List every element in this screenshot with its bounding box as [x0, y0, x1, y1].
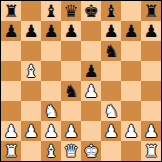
square-a5[interactable]: [1, 61, 21, 81]
square-a7[interactable]: ♟: [1, 21, 21, 41]
white-knight-icon: ♞: [43, 101, 58, 121]
square-b3[interactable]: [21, 101, 41, 121]
square-e1[interactable]: ♚: [81, 141, 101, 161]
white-pawn-icon: ♟: [43, 121, 58, 141]
black-knight-icon: ♞: [103, 41, 118, 61]
square-f7[interactable]: ♟: [101, 21, 121, 41]
white-rook-icon: ♜: [3, 141, 18, 161]
square-g2[interactable]: ♟: [121, 121, 141, 141]
square-a1[interactable]: ♜: [1, 141, 21, 161]
square-b1[interactable]: [21, 141, 41, 161]
white-pawn-icon: ♟: [3, 121, 18, 141]
square-g8[interactable]: [121, 1, 141, 21]
square-a8[interactable]: ♜: [1, 1, 21, 21]
square-b7[interactable]: ♟: [21, 21, 41, 41]
white-pawn-icon: ♟: [103, 121, 118, 141]
square-g1[interactable]: [121, 141, 141, 161]
white-bishop-icon: ♝: [43, 141, 58, 161]
chess-board: ♜♝♛♚♝♜♟♟♟♟♟♟♟♞♝♟♞♟♞♞♟♟♟♟♟♟♟♜♝♛♚♜: [0, 0, 162, 162]
black-bishop-icon: ♝: [43, 1, 58, 21]
black-pawn-icon: ♟: [103, 21, 118, 41]
square-f8[interactable]: ♝: [101, 1, 121, 21]
square-f5[interactable]: [101, 61, 121, 81]
square-g5[interactable]: [121, 61, 141, 81]
square-e5[interactable]: ♟: [81, 61, 101, 81]
square-d8[interactable]: ♛: [61, 1, 81, 21]
square-d2[interactable]: ♟: [61, 121, 81, 141]
square-a4[interactable]: [1, 81, 21, 101]
square-a3[interactable]: [1, 101, 21, 121]
black-pawn-icon: ♟: [63, 21, 78, 41]
square-d7[interactable]: ♟: [61, 21, 81, 41]
square-h4[interactable]: [141, 81, 161, 101]
black-bishop-icon: ♝: [103, 1, 118, 21]
square-d6[interactable]: [61, 41, 81, 61]
white-pawn-icon: ♟: [123, 121, 138, 141]
square-h1[interactable]: ♜: [141, 141, 161, 161]
square-f6[interactable]: ♞: [101, 41, 121, 61]
square-a2[interactable]: ♟: [1, 121, 21, 141]
black-pawn-icon: ♟: [43, 21, 58, 41]
black-pawn-icon: ♟: [123, 21, 138, 41]
square-b2[interactable]: ♟: [21, 121, 41, 141]
square-g6[interactable]: [121, 41, 141, 61]
square-f3[interactable]: ♞: [101, 101, 121, 121]
white-queen-icon: ♛: [63, 141, 78, 161]
square-d1[interactable]: ♛: [61, 141, 81, 161]
white-pawn-icon: ♟: [143, 121, 158, 141]
black-pawn-icon: ♟: [83, 61, 98, 81]
square-f4[interactable]: [101, 81, 121, 101]
square-e8[interactable]: ♚: [81, 1, 101, 21]
square-c3[interactable]: ♞: [41, 101, 61, 121]
white-king-icon: ♚: [83, 141, 98, 161]
black-pawn-icon: ♟: [23, 21, 38, 41]
square-g7[interactable]: ♟: [121, 21, 141, 41]
square-c1[interactable]: ♝: [41, 141, 61, 161]
square-e6[interactable]: [81, 41, 101, 61]
square-g3[interactable]: [121, 101, 141, 121]
square-e7[interactable]: [81, 21, 101, 41]
white-pawn-icon: ♟: [83, 81, 98, 101]
square-h8[interactable]: ♜: [141, 1, 161, 21]
white-rook-icon: ♜: [143, 141, 158, 161]
square-a6[interactable]: [1, 41, 21, 61]
square-d3[interactable]: [61, 101, 81, 121]
black-queen-icon: ♛: [63, 1, 78, 21]
white-pawn-icon: ♟: [63, 121, 78, 141]
square-c8[interactable]: ♝: [41, 1, 61, 21]
square-e2[interactable]: [81, 121, 101, 141]
square-c7[interactable]: ♟: [41, 21, 61, 41]
black-king-icon: ♚: [83, 1, 98, 21]
square-b8[interactable]: [21, 1, 41, 21]
square-c2[interactable]: ♟: [41, 121, 61, 141]
square-b6[interactable]: [21, 41, 41, 61]
black-pawn-icon: ♟: [143, 21, 158, 41]
square-e3[interactable]: [81, 101, 101, 121]
square-e4[interactable]: ♟: [81, 81, 101, 101]
square-b5[interactable]: ♝: [21, 61, 41, 81]
square-h5[interactable]: [141, 61, 161, 81]
square-d5[interactable]: [61, 61, 81, 81]
square-b4[interactable]: [21, 81, 41, 101]
square-c4[interactable]: [41, 81, 61, 101]
black-knight-icon: ♞: [63, 81, 78, 101]
square-h6[interactable]: [141, 41, 161, 61]
white-bishop-icon: ♝: [23, 61, 38, 81]
black-rook-icon: ♜: [143, 1, 158, 21]
square-h2[interactable]: ♟: [141, 121, 161, 141]
white-knight-icon: ♞: [103, 101, 118, 121]
square-c5[interactable]: [41, 61, 61, 81]
square-f1[interactable]: [101, 141, 121, 161]
black-rook-icon: ♜: [3, 1, 18, 21]
square-c6[interactable]: [41, 41, 61, 61]
white-pawn-icon: ♟: [23, 121, 38, 141]
square-h7[interactable]: ♟: [141, 21, 161, 41]
square-f2[interactable]: ♟: [101, 121, 121, 141]
square-g4[interactable]: [121, 81, 141, 101]
black-pawn-icon: ♟: [3, 21, 18, 41]
square-d4[interactable]: ♞: [61, 81, 81, 101]
square-h3[interactable]: [141, 101, 161, 121]
